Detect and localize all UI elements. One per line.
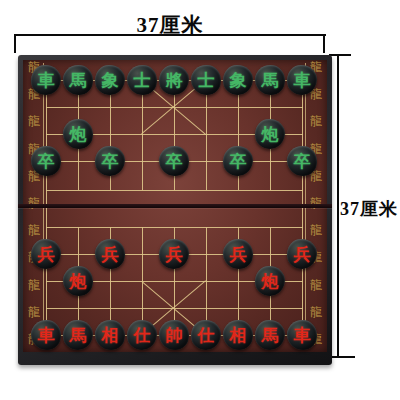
piece-red-相-f2r9: 相 [95, 320, 125, 350]
piece-black-士-f5r0: 士 [191, 65, 221, 95]
piece-red-相-f6r9: 相 [223, 320, 253, 350]
dragon-icon: 龍 [28, 115, 40, 127]
dragon-icon: 龍 [28, 306, 40, 318]
piece-black-卒-f0r3: 卒 [31, 146, 61, 176]
dragon-icon: 龍 [310, 279, 322, 291]
grid-line [206, 227, 207, 335]
piece-red-馬-f1r9: 馬 [63, 320, 93, 350]
xiangqi-board: 龍龍龍龍龍龍龍龍龍龍龍 龍龍龍龍龍龍龍龍龍龍龍 車馬象士將士象馬車炮炮卒卒卒卒卒… [18, 55, 332, 365]
grid-line [206, 80, 207, 190]
dragon-icon: 龍 [310, 115, 322, 127]
dragon-icon: 龍 [310, 306, 322, 318]
dragon-ornament-column-left: 龍龍龍龍龍龍龍龍龍龍龍 [24, 61, 44, 345]
piece-black-將-f4r0: 將 [159, 65, 189, 95]
dragon-icon: 龍 [28, 279, 40, 291]
right-dimension-line [337, 54, 339, 358]
right-dimension-tick-top [329, 54, 351, 56]
piece-red-兵-f8r6: 兵 [287, 239, 317, 269]
piece-black-馬-f1r0: 馬 [63, 65, 93, 95]
grid-line [46, 190, 303, 191]
piece-red-兵-f2r6: 兵 [95, 239, 125, 269]
piece-black-士-f3r0: 士 [127, 65, 157, 95]
top-dimension-tick-right [323, 34, 325, 53]
right-dimension-tick-bottom [329, 356, 355, 358]
piece-red-仕-f5r9: 仕 [191, 320, 221, 350]
product-photo-canvas: { "game": "xiangqi", "annotations": { "t… [0, 0, 400, 400]
piece-black-馬-f7r0: 馬 [255, 65, 285, 95]
piece-black-象-f6r0: 象 [223, 65, 253, 95]
piece-black-卒-f6r3: 卒 [223, 146, 253, 176]
piece-red-兵-f0r6: 兵 [31, 239, 61, 269]
piece-black-卒-f2r3: 卒 [95, 146, 125, 176]
piece-black-卒-f4r3: 卒 [159, 146, 189, 176]
dragon-icon: 龍 [310, 224, 322, 236]
piece-black-炮-f1r2: 炮 [63, 119, 93, 149]
piece-red-車-f8r9: 車 [287, 320, 317, 350]
right-dimension-label: 37厘米 [340, 197, 398, 221]
board-fold-line [18, 204, 332, 208]
piece-red-仕-f3r9: 仕 [127, 320, 157, 350]
top-dimension-line [14, 34, 326, 36]
dragon-ornament-column-right: 龍龍龍龍龍龍龍龍龍龍龍 [306, 61, 326, 345]
piece-black-車-f8r0: 車 [287, 65, 317, 95]
dragon-icon: 龍 [28, 224, 40, 236]
piece-red-車-f0r9: 車 [31, 320, 61, 350]
piece-red-炮-f1r7: 炮 [63, 266, 93, 296]
piece-black-卒-f8r3: 卒 [287, 146, 317, 176]
piece-black-車-f0r0: 車 [31, 65, 61, 95]
piece-red-炮-f7r7: 炮 [255, 266, 285, 296]
piece-red-兵-f6r6: 兵 [223, 239, 253, 269]
piece-black-炮-f7r2: 炮 [255, 119, 285, 149]
piece-black-象-f2r0: 象 [95, 65, 125, 95]
grid-line [142, 80, 143, 190]
piece-red-兵-f4r6: 兵 [159, 239, 189, 269]
piece-red-馬-f7r9: 馬 [255, 320, 285, 350]
top-dimension-tick-left [14, 34, 16, 53]
piece-red-帥-f4r9: 帥 [159, 320, 189, 350]
